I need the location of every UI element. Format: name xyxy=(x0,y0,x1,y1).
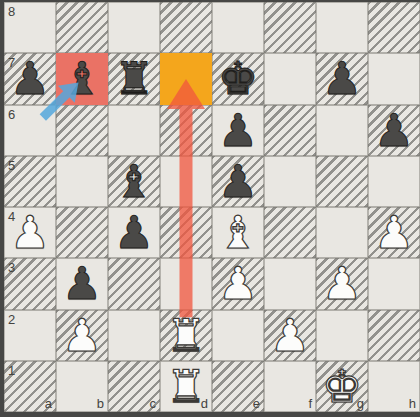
piece-black-rook-c7[interactable]: ♜ xyxy=(108,53,160,104)
pieces-layer: ♟♝♜♚♟♟♟♝♟♟♟♝♟♟♟♟♟♜♟♜♚ xyxy=(4,2,420,412)
piece-black-pawn-e5[interactable]: ♟ xyxy=(212,156,264,207)
piece-white-rook-d1[interactable]: ♜ xyxy=(160,361,212,412)
piece-white-pawn-f2[interactable]: ♟ xyxy=(264,310,316,361)
piece-black-pawn-a7[interactable]: ♟ xyxy=(4,53,56,104)
piece-black-bishop-b7[interactable]: ♝ xyxy=(56,53,108,104)
piece-white-pawn-b2[interactable]: ♟ xyxy=(56,310,108,361)
piece-white-king-g1[interactable]: ♚ xyxy=(316,361,368,412)
piece-white-bishop-e4[interactable]: ♝ xyxy=(212,207,264,258)
piece-black-pawn-c4[interactable]: ♟ xyxy=(108,207,160,258)
piece-black-pawn-h6[interactable]: ♟ xyxy=(368,105,420,156)
piece-black-pawn-e6[interactable]: ♟ xyxy=(212,105,264,156)
piece-white-pawn-e3[interactable]: ♟ xyxy=(212,258,264,309)
piece-black-king-e7[interactable]: ♚ xyxy=(212,53,264,104)
piece-black-pawn-b3[interactable]: ♟ xyxy=(56,258,108,309)
piece-white-pawn-g3[interactable]: ♟ xyxy=(316,258,368,309)
piece-black-bishop-c5[interactable]: ♝ xyxy=(108,156,160,207)
chess-board: 87654321abcdefgh ♟♝♜♚♟♟♟♝♟♟♟♝♟♟♟♟♟♜♟♜♚ xyxy=(4,2,420,412)
piece-white-rook-d2[interactable]: ♜ xyxy=(160,310,212,361)
piece-black-pawn-g7[interactable]: ♟ xyxy=(316,53,368,104)
piece-white-pawn-a4[interactable]: ♟ xyxy=(4,207,56,258)
piece-white-pawn-h4[interactable]: ♟ xyxy=(368,207,420,258)
chess-board-frame: 87654321abcdefgh ♟♝♜♚♟♟♟♝♟♟♟♝♟♟♟♟♟♜♟♜♚ xyxy=(0,0,420,417)
